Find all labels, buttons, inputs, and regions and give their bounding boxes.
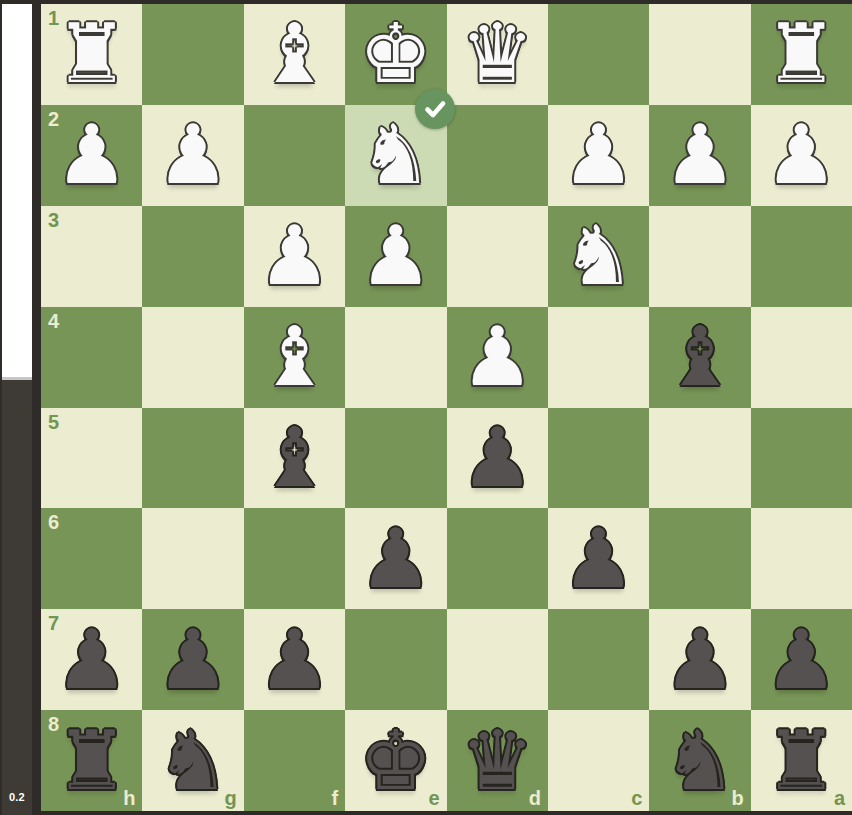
square-h3[interactable]: 3 bbox=[41, 206, 142, 307]
square-d7[interactable] bbox=[447, 609, 548, 710]
square-f4[interactable]: ♝ bbox=[244, 307, 345, 408]
square-b1[interactable] bbox=[649, 4, 750, 105]
white-pawn-piece[interactable]: ♟ bbox=[41, 105, 142, 206]
square-g4[interactable] bbox=[142, 307, 243, 408]
evaluation-bar: 0.2 bbox=[2, 4, 32, 815]
black-queen-piece[interactable]: ♛ bbox=[447, 710, 548, 811]
black-pawn-piece[interactable]: ♟ bbox=[751, 609, 852, 710]
square-g1[interactable] bbox=[142, 4, 243, 105]
square-c5[interactable] bbox=[548, 408, 649, 509]
white-pawn-piece[interactable]: ♟ bbox=[142, 105, 243, 206]
white-pawn-piece[interactable]: ♟ bbox=[447, 307, 548, 408]
square-c6[interactable]: ♟ bbox=[548, 508, 649, 609]
white-rook-piece[interactable]: ♜ bbox=[751, 4, 852, 105]
chess-board: 1♜♝♚♛♜2♟♟♞♟♟♟3♟♟♞4♝♟♝5♝♟6♟♟7♟♟♟♟♟8h♜g♞fe… bbox=[41, 4, 852, 811]
square-b2[interactable]: ♟ bbox=[649, 105, 750, 206]
square-h2[interactable]: 2♟ bbox=[41, 105, 142, 206]
checkmark-icon bbox=[423, 97, 447, 121]
square-a4[interactable] bbox=[751, 307, 852, 408]
evaluation-score: 0.2 bbox=[2, 791, 32, 803]
square-b3[interactable] bbox=[649, 206, 750, 307]
square-e6[interactable]: ♟ bbox=[345, 508, 446, 609]
white-queen-piece[interactable]: ♛ bbox=[447, 4, 548, 105]
square-c4[interactable] bbox=[548, 307, 649, 408]
square-g5[interactable] bbox=[142, 408, 243, 509]
white-pawn-piece[interactable]: ♟ bbox=[649, 105, 750, 206]
square-b5[interactable] bbox=[649, 408, 750, 509]
square-a7[interactable]: ♟ bbox=[751, 609, 852, 710]
square-a1[interactable]: ♜ bbox=[751, 4, 852, 105]
file-label-c: c bbox=[631, 788, 642, 808]
white-pawn-piece[interactable]: ♟ bbox=[345, 206, 446, 307]
square-f1[interactable]: ♝ bbox=[244, 4, 345, 105]
white-bishop-piece[interactable]: ♝ bbox=[244, 307, 345, 408]
square-f3[interactable]: ♟ bbox=[244, 206, 345, 307]
square-b8[interactable]: b♞ bbox=[649, 710, 750, 811]
square-c7[interactable] bbox=[548, 609, 649, 710]
square-e4[interactable] bbox=[345, 307, 446, 408]
rank-label-6: 6 bbox=[48, 512, 59, 532]
square-d5[interactable]: ♟ bbox=[447, 408, 548, 509]
black-bishop-piece[interactable]: ♝ bbox=[649, 307, 750, 408]
white-knight-piece[interactable]: ♞ bbox=[548, 206, 649, 307]
square-c1[interactable] bbox=[548, 4, 649, 105]
square-h7[interactable]: 7♟ bbox=[41, 609, 142, 710]
file-label-f: f bbox=[331, 788, 338, 808]
square-a5[interactable] bbox=[751, 408, 852, 509]
correct-move-badge bbox=[415, 89, 455, 129]
black-rook-piece[interactable]: ♜ bbox=[41, 710, 142, 811]
square-f6[interactable] bbox=[244, 508, 345, 609]
white-pawn-piece[interactable]: ♟ bbox=[244, 206, 345, 307]
square-g8[interactable]: g♞ bbox=[142, 710, 243, 811]
square-f2[interactable] bbox=[244, 105, 345, 206]
square-g7[interactable]: ♟ bbox=[142, 609, 243, 710]
square-d8[interactable]: d♛ bbox=[447, 710, 548, 811]
square-f5[interactable]: ♝ bbox=[244, 408, 345, 509]
rank-label-3: 3 bbox=[48, 210, 59, 230]
square-d3[interactable] bbox=[447, 206, 548, 307]
square-e7[interactable] bbox=[345, 609, 446, 710]
black-pawn-piece[interactable]: ♟ bbox=[41, 609, 142, 710]
square-b6[interactable] bbox=[649, 508, 750, 609]
white-rook-piece[interactable]: ♜ bbox=[41, 4, 142, 105]
black-pawn-piece[interactable]: ♟ bbox=[244, 609, 345, 710]
black-knight-piece[interactable]: ♞ bbox=[649, 710, 750, 811]
square-c8[interactable]: c bbox=[548, 710, 649, 811]
white-bishop-piece[interactable]: ♝ bbox=[244, 4, 345, 105]
square-g6[interactable] bbox=[142, 508, 243, 609]
black-pawn-piece[interactable]: ♟ bbox=[345, 508, 446, 609]
evaluation-bar-white-segment bbox=[2, 4, 32, 380]
white-pawn-piece[interactable]: ♟ bbox=[751, 105, 852, 206]
square-d2[interactable] bbox=[447, 105, 548, 206]
square-e3[interactable]: ♟ bbox=[345, 206, 446, 307]
square-a8[interactable]: a♜ bbox=[751, 710, 852, 811]
square-f8[interactable]: f bbox=[244, 710, 345, 811]
white-pawn-piece[interactable]: ♟ bbox=[548, 105, 649, 206]
black-bishop-piece[interactable]: ♝ bbox=[244, 408, 345, 509]
square-e5[interactable] bbox=[345, 408, 446, 509]
square-h6[interactable]: 6 bbox=[41, 508, 142, 609]
black-knight-piece[interactable]: ♞ bbox=[142, 710, 243, 811]
square-g2[interactable]: ♟ bbox=[142, 105, 243, 206]
black-rook-piece[interactable]: ♜ bbox=[751, 710, 852, 811]
black-pawn-piece[interactable]: ♟ bbox=[548, 508, 649, 609]
black-pawn-piece[interactable]: ♟ bbox=[649, 609, 750, 710]
rank-label-5: 5 bbox=[48, 412, 59, 432]
square-h1[interactable]: 1♜ bbox=[41, 4, 142, 105]
square-f7[interactable]: ♟ bbox=[244, 609, 345, 710]
rank-label-4: 4 bbox=[48, 311, 59, 331]
square-h8[interactable]: 8h♜ bbox=[41, 710, 142, 811]
black-king-piece[interactable]: ♚ bbox=[345, 710, 446, 811]
square-e8[interactable]: e♚ bbox=[345, 710, 446, 811]
square-d1[interactable]: ♛ bbox=[447, 4, 548, 105]
square-a2[interactable]: ♟ bbox=[751, 105, 852, 206]
black-pawn-piece[interactable]: ♟ bbox=[142, 609, 243, 710]
black-pawn-piece[interactable]: ♟ bbox=[447, 408, 548, 509]
square-h4[interactable]: 4 bbox=[41, 307, 142, 408]
square-h5[interactable]: 5 bbox=[41, 408, 142, 509]
square-g3[interactable] bbox=[142, 206, 243, 307]
square-c2[interactable]: ♟ bbox=[548, 105, 649, 206]
square-d6[interactable] bbox=[447, 508, 548, 609]
square-d4[interactable]: ♟ bbox=[447, 307, 548, 408]
square-a3[interactable] bbox=[751, 206, 852, 307]
square-b7[interactable]: ♟ bbox=[649, 609, 750, 710]
square-a6[interactable] bbox=[751, 508, 852, 609]
square-b4[interactable]: ♝ bbox=[649, 307, 750, 408]
square-c3[interactable]: ♞ bbox=[548, 206, 649, 307]
